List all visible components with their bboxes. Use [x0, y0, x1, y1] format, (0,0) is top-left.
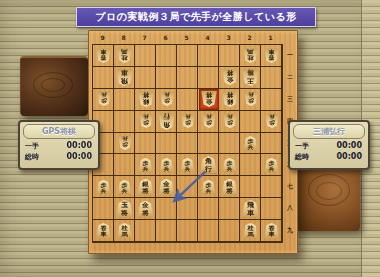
total-time-row-sente: 総時 00:00: [290, 151, 368, 162]
piece-36[interactable]: 歩兵: [223, 158, 237, 172]
piece-23[interactable]: 歩兵: [244, 92, 258, 106]
piece-91[interactable]: 香車: [96, 48, 111, 63]
piece-11[interactable]: 香車: [264, 48, 279, 63]
piece-67[interactable]: 金将: [159, 179, 175, 195]
piece-87[interactable]: 歩兵: [118, 180, 132, 194]
file-label-3: 3: [218, 34, 239, 42]
rank-label-2: 二: [284, 73, 296, 81]
player-name-sente: 三浦弘行: [293, 124, 365, 139]
player-plate-sente: 三浦弘行 一手 00:00 総時 00:00: [288, 120, 370, 170]
piece-85[interactable]: 歩兵: [118, 136, 132, 150]
piece-54[interactable]: 歩兵: [181, 114, 195, 128]
piece-47[interactable]: 歩兵: [202, 180, 216, 194]
app-window: プロの実戦例３局で先手が全勝している形 987654321 一二三四五六七八九 …: [0, 0, 380, 277]
piece-99[interactable]: 香車: [96, 223, 111, 238]
move-time-label: 一手: [295, 141, 309, 151]
piece-25[interactable]: 歩兵: [244, 136, 258, 150]
title-banner: プロの実戦例３局で先手が全勝している形: [76, 7, 316, 27]
piece-81[interactable]: 桂馬: [117, 48, 132, 63]
piece-76[interactable]: 歩兵: [139, 158, 153, 172]
wood-grain: [33, 72, 73, 98]
rank-label-3: 三: [284, 95, 296, 103]
piece-77[interactable]: 銀将: [138, 179, 154, 195]
piece-66[interactable]: 歩兵: [160, 158, 174, 172]
piece-32[interactable]: 金将: [222, 69, 238, 85]
piece-16[interactable]: 歩兵: [265, 158, 279, 172]
total-time-label: 総時: [295, 152, 309, 162]
move-time-value: 00:00: [67, 141, 92, 150]
board-grid[interactable]: 香車桂馬桂馬香車飛車金将王将歩兵銀将歩兵金将銀将歩兵歩兵角行歩兵歩兵歩兵歩兵歩兵…: [92, 44, 283, 243]
komadai-gote[interactable]: [20, 56, 88, 116]
total-time-row-gote: 総時 00:00: [20, 151, 98, 162]
file-label-6: 6: [155, 34, 176, 42]
piece-97[interactable]: 歩兵: [97, 180, 111, 194]
piece-78[interactable]: 金将: [138, 201, 154, 217]
total-time-label: 総時: [25, 152, 39, 162]
piece-56[interactable]: 歩兵: [181, 158, 195, 172]
total-time-value: 00:00: [67, 152, 92, 161]
wood-grain: [41, 78, 65, 92]
wood-grain: [316, 182, 342, 200]
piece-21[interactable]: 桂馬: [243, 48, 258, 63]
piece-33[interactable]: 銀将: [222, 91, 238, 107]
piece-93[interactable]: 歩兵: [97, 92, 111, 106]
piece-14[interactable]: 歩兵: [265, 114, 279, 128]
player-plate-gote: GPS将棋 一手 00:00 総時 00:00: [18, 120, 100, 170]
wood-grain: [308, 174, 350, 206]
file-label-2: 2: [239, 34, 260, 42]
rank-label-8: 八: [284, 204, 296, 212]
piece-88[interactable]: 玉将: [116, 200, 133, 217]
piece-37[interactable]: 銀将: [222, 179, 238, 195]
piece-28[interactable]: 飛車: [242, 200, 259, 217]
piece-89[interactable]: 桂馬: [117, 223, 132, 238]
piece-46[interactable]: 角行: [200, 156, 217, 173]
piece-74[interactable]: 歩兵: [139, 114, 153, 128]
move-time-row-sente: 一手 00:00: [290, 140, 368, 151]
total-time-value: 00:00: [337, 152, 362, 161]
piece-19[interactable]: 香車: [264, 223, 279, 238]
rank-label-7: 七: [284, 182, 296, 190]
player-name-gote: GPS将棋: [23, 124, 95, 139]
file-label-5: 5: [176, 34, 197, 42]
rank-label-9: 九: [284, 226, 296, 234]
file-label-1: 1: [260, 34, 281, 42]
shogi-board: 987654321 一二三四五六七八九 香車桂馬桂馬香車飛車金将王将歩兵銀将歩兵…: [88, 30, 298, 254]
piece-44[interactable]: 歩兵: [202, 114, 216, 128]
piece-63[interactable]: 歩兵: [160, 92, 174, 106]
piece-82[interactable]: 飛車: [116, 69, 133, 86]
rank-label-1: 一: [284, 51, 296, 59]
move-time-label: 一手: [25, 141, 39, 151]
piece-34[interactable]: 歩兵: [223, 114, 237, 128]
move-time-row-gote: 一手 00:00: [20, 140, 98, 151]
piece-29[interactable]: 桂馬: [243, 223, 258, 238]
piece-22[interactable]: 王将: [242, 69, 259, 86]
file-label-8: 8: [113, 34, 134, 42]
piece-64[interactable]: 角行: [158, 113, 175, 130]
file-label-7: 7: [134, 34, 155, 42]
file-label-9: 9: [92, 34, 113, 42]
move-time-value: 00:00: [337, 141, 362, 150]
piece-73[interactable]: 銀将: [138, 91, 154, 107]
file-label-4: 4: [197, 34, 218, 42]
